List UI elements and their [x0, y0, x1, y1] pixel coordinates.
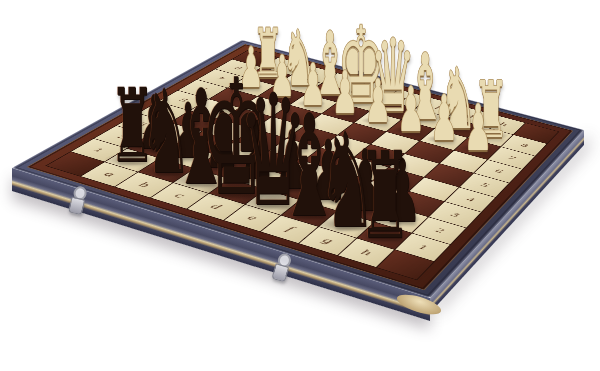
piece-shadow: [249, 71, 283, 79]
cream-pawn-a7: ♟: [239, 40, 264, 96]
cream-queen-e8: ♛: [370, 26, 415, 127]
piece-shadow: [306, 87, 350, 97]
piece-shadow: [460, 144, 492, 152]
dark-pawn-c2: ♟: [204, 102, 239, 180]
piece-shadow: [470, 131, 509, 140]
piece-shadow: [361, 117, 391, 124]
cream-pawn-b7: ♟: [269, 48, 295, 105]
dark-bishop-c1: ♝: [172, 72, 231, 203]
piece-shadow: [277, 79, 316, 88]
piece-shadow: [426, 135, 458, 143]
dark-pawn-a2: ♟: [137, 85, 170, 159]
cream-king-d8: ♚: [337, 13, 385, 119]
piece-shadow: [194, 181, 274, 200]
piece-shadow: [342, 203, 385, 213]
dark-knight-b1: ♞: [140, 74, 192, 190]
piece-shadow: [393, 126, 424, 133]
piece-shadow: [297, 100, 326, 107]
piece-shadow: [353, 228, 413, 242]
cream-rook-a8: ♜: [253, 19, 283, 87]
dark-pawn-f2: ♟: [310, 129, 347, 212]
piece-shadow: [329, 108, 359, 115]
cream-pawn-f7: ♟: [397, 79, 425, 141]
piece-shadow: [270, 182, 311, 192]
piece-shadow: [378, 214, 422, 224]
piece-shadow: [235, 171, 275, 181]
dark-rook-h1: ♜: [358, 136, 412, 256]
dark-pawn-d2: ♟: [239, 110, 275, 190]
dark-rook-a1: ♜: [109, 75, 155, 177]
piece-shadow: [235, 83, 263, 90]
cream-bishop-c8: ♝: [310, 20, 349, 107]
product-photo-scene: abcdefgh8877665544332211abcdefgh ♜♞♝♚♛♝♞…: [0, 0, 600, 371]
piece-shadow: [312, 216, 378, 232]
pieces-layer: ♜♞♝♚♛♝♞♜♟♟♟♟♟♟♟♟♟♟♟♟♟♟♟♟♜♞♝♚♛♝♞♜: [0, 0, 600, 371]
piece-shadow: [232, 192, 309, 210]
dark-king-d1: ♚: [201, 59, 273, 219]
cream-knight-b8: ♞: [281, 20, 316, 97]
piece-shadow: [135, 163, 193, 177]
dark-queen-e1: ♛: [238, 74, 307, 228]
piece-shadow: [305, 192, 347, 202]
dark-pawn-b2: ♟: [171, 93, 205, 169]
cream-knight-g8: ♞: [439, 57, 477, 142]
cream-bishop-f8: ♝: [404, 42, 445, 134]
cream-pawn-d7: ♟: [332, 63, 358, 122]
piece-shadow: [104, 153, 155, 165]
dark-pawn-h2: ♟: [383, 147, 422, 234]
piece-shadow: [272, 204, 343, 221]
piece-shadow: [366, 103, 417, 115]
piece-shadow: [133, 142, 170, 151]
piece-shadow: [400, 112, 446, 123]
cream-pawn-c7: ♟: [300, 55, 326, 113]
piece-shadow: [332, 94, 385, 107]
cream-pawn-g7: ♟: [430, 87, 458, 150]
piece-shadow: [200, 161, 239, 170]
cream-pawn-h7: ♟: [464, 95, 493, 159]
dark-knight-g1: ♞: [317, 116, 376, 247]
piece-shadow: [167, 151, 205, 160]
piece-shadow: [435, 122, 478, 132]
dark-pawn-g2: ♟: [346, 138, 384, 223]
dark-pawn-e2: ♟: [274, 120, 310, 201]
dark-bishop-f1: ♝: [278, 96, 341, 237]
cream-pawn-e7: ♟: [364, 71, 391, 131]
piece-shadow: [166, 172, 232, 188]
piece-shadow: [266, 91, 295, 98]
cream-rook-h8: ♜: [474, 71, 509, 149]
